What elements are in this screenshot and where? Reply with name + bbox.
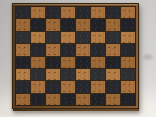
board-square: [76, 69, 90, 80]
board-grid: [16, 7, 135, 105]
photo-backdrop: [0, 0, 156, 117]
board-square: [76, 81, 90, 92]
board-square: [61, 19, 75, 30]
board-square: [91, 44, 105, 55]
board-square: [61, 94, 75, 105]
board-square: [31, 7, 45, 18]
backdrop-smudge: [143, 54, 153, 60]
board-square: [91, 81, 105, 92]
board-square: [106, 94, 120, 105]
board-square: [121, 19, 135, 30]
board-square: [46, 81, 60, 92]
board-square: [46, 32, 60, 43]
board-square: [91, 19, 105, 30]
board-square: [16, 7, 30, 18]
board-square: [31, 19, 45, 30]
board-square: [106, 7, 120, 18]
board-square: [46, 44, 60, 55]
board-square: [46, 57, 60, 68]
board-square: [106, 57, 120, 68]
game-board: [12, 3, 139, 109]
board-square: [61, 69, 75, 80]
board-square: [61, 44, 75, 55]
board-square: [106, 69, 120, 80]
board-square: [121, 94, 135, 105]
board-square: [76, 19, 90, 30]
board-square: [46, 7, 60, 18]
board-square: [91, 69, 105, 80]
board-bottom-edge: [13, 109, 139, 111]
board-square: [91, 57, 105, 68]
board-square: [31, 69, 45, 80]
board-square: [31, 94, 45, 105]
board-square: [121, 81, 135, 92]
board-square: [106, 81, 120, 92]
board-square: [31, 81, 45, 92]
board-square: [16, 57, 30, 68]
board-square: [16, 19, 30, 30]
board-square: [31, 57, 45, 68]
board-square: [31, 44, 45, 55]
board-square: [46, 69, 60, 80]
board-square: [16, 81, 30, 92]
board-square: [121, 44, 135, 55]
board-square: [76, 7, 90, 18]
board-square: [16, 32, 30, 43]
board-square: [16, 69, 30, 80]
board-square: [16, 94, 30, 105]
board-square: [61, 57, 75, 68]
board-square: [46, 19, 60, 30]
board-square: [106, 19, 120, 30]
board-square: [46, 94, 60, 105]
board-square: [76, 44, 90, 55]
board-square: [76, 94, 90, 105]
board-square: [91, 32, 105, 43]
board-square: [31, 32, 45, 43]
board-square: [91, 7, 105, 18]
board-square: [76, 32, 90, 43]
board-square: [61, 81, 75, 92]
board-square: [61, 7, 75, 18]
board-square: [121, 69, 135, 80]
board-square: [121, 32, 135, 43]
board-square: [76, 57, 90, 68]
board-square: [106, 44, 120, 55]
board-square: [106, 32, 120, 43]
board-square: [91, 94, 105, 105]
board-square: [121, 57, 135, 68]
board-square: [61, 32, 75, 43]
board-square: [16, 44, 30, 55]
board-square: [121, 7, 135, 18]
